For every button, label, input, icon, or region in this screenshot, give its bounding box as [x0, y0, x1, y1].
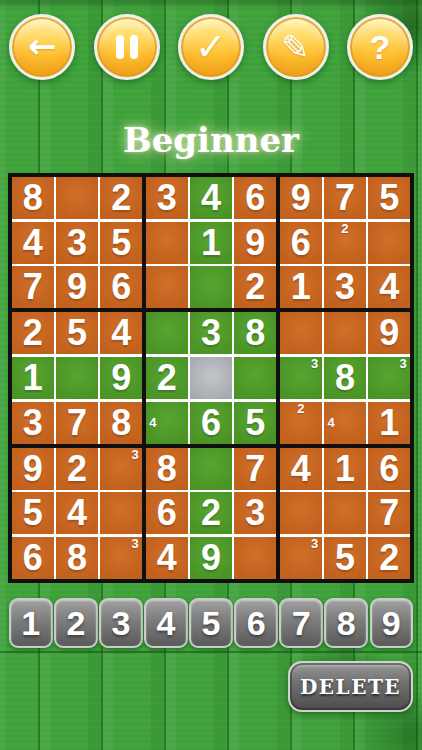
- pause-icon: [116, 35, 138, 59]
- cell-r5c8[interactable]: 8: [324, 357, 366, 399]
- cell-r4c3[interactable]: 4: [100, 312, 142, 354]
- cell-r7c3[interactable]: 3: [100, 448, 142, 490]
- cell-r6c3[interactable]: 8: [100, 402, 142, 444]
- back-button[interactable]: ←: [9, 14, 75, 80]
- cell-r3c7[interactable]: 1: [280, 266, 322, 308]
- cell-r5c1[interactable]: 1: [12, 357, 54, 399]
- cell-r6c2[interactable]: 7: [56, 402, 98, 444]
- cell-r5c2[interactable]: [56, 357, 98, 399]
- cell-r6c6[interactable]: 5: [234, 402, 276, 444]
- board-box-3: 97562134: [280, 177, 410, 308]
- cell-r9c6[interactable]: [234, 537, 276, 579]
- numpad-key-6[interactable]: 6: [234, 598, 278, 648]
- cell-r5c3[interactable]: 9: [100, 357, 142, 399]
- cell-r3c2[interactable]: 9: [56, 266, 98, 308]
- cell-r7c5[interactable]: [190, 448, 232, 490]
- cell-r8c3[interactable]: [100, 492, 142, 534]
- cell-r1c1[interactable]: 8: [12, 177, 54, 219]
- cell-r2c9[interactable]: [368, 222, 410, 264]
- arrow-left-icon: ←: [28, 29, 57, 63]
- numpad: 123456789: [9, 598, 413, 648]
- cell-r8c6[interactable]: 3: [234, 492, 276, 534]
- cell-r1c5[interactable]: 4: [190, 177, 232, 219]
- checkmark-icon: ✓: [195, 28, 227, 66]
- toolbar: ← ✓ ✎ ?: [0, 14, 422, 80]
- cell-r3c5[interactable]: [190, 266, 232, 308]
- sudoku-board: 8243579634619297562134254193783824659383…: [8, 173, 414, 583]
- cell-r3c6[interactable]: 2: [234, 266, 276, 308]
- cell-r4c8[interactable]: [324, 312, 366, 354]
- cell-r9c1[interactable]: 6: [12, 537, 54, 579]
- pause-button[interactable]: [94, 14, 160, 80]
- cell-r4c9[interactable]: 9: [368, 312, 410, 354]
- cell-r8c9[interactable]: 7: [368, 492, 410, 534]
- cell-r4c6[interactable]: 8: [234, 312, 276, 354]
- cell-r7c1[interactable]: 9: [12, 448, 54, 490]
- board-box-7: 92354683: [12, 448, 142, 579]
- cell-r1c3[interactable]: 2: [100, 177, 142, 219]
- cell-r8c5[interactable]: 2: [190, 492, 232, 534]
- cell-r9c9[interactable]: 2: [368, 537, 410, 579]
- cell-r2c6[interactable]: 9: [234, 222, 276, 264]
- cell-r7c8[interactable]: 1: [324, 448, 366, 490]
- board-box-1: 82435796: [12, 177, 142, 308]
- cell-r4c7[interactable]: [280, 312, 322, 354]
- pencil-mark: 2: [338, 222, 352, 236]
- board-box-5: 382465: [146, 312, 276, 443]
- board-box-6: 9383241: [280, 312, 410, 443]
- cell-r6c4[interactable]: 4: [146, 402, 188, 444]
- cell-r2c8[interactable]: 2: [324, 222, 366, 264]
- cell-r8c1[interactable]: 5: [12, 492, 54, 534]
- cell-r9c3[interactable]: 3: [100, 537, 142, 579]
- cell-r5c9[interactable]: 3: [368, 357, 410, 399]
- cell-r7c7[interactable]: 4: [280, 448, 322, 490]
- cell-r2c4[interactable]: [146, 222, 188, 264]
- cell-r6c7[interactable]: 2: [280, 402, 322, 444]
- pencil-mark: 3: [308, 357, 322, 371]
- cell-r2c7[interactable]: 6: [280, 222, 322, 264]
- cell-r7c9[interactable]: 6: [368, 448, 410, 490]
- cell-r6c1[interactable]: 3: [12, 402, 54, 444]
- pencil-mark: 2: [294, 402, 308, 416]
- cell-r6c8[interactable]: 4: [324, 402, 366, 444]
- cell-r3c9[interactable]: 4: [368, 266, 410, 308]
- cell-r3c3[interactable]: 6: [100, 266, 142, 308]
- cell-r1c8[interactable]: 7: [324, 177, 366, 219]
- cell-r8c7[interactable]: [280, 492, 322, 534]
- cell-r2c2[interactable]: 3: [56, 222, 98, 264]
- cell-r5c4[interactable]: 2: [146, 357, 188, 399]
- cell-r1c9[interactable]: 5: [368, 177, 410, 219]
- cell-r4c4[interactable]: [146, 312, 188, 354]
- numpad-key-9[interactable]: 9: [370, 598, 414, 648]
- help-button[interactable]: ?: [347, 14, 413, 80]
- cell-r5c5[interactable]: [190, 357, 232, 399]
- pencil-icon: ✎: [281, 30, 310, 64]
- cell-r9c8[interactable]: 5: [324, 537, 366, 579]
- cell-r6c9[interactable]: 1: [368, 402, 410, 444]
- cell-r3c1[interactable]: 7: [12, 266, 54, 308]
- cell-r3c4[interactable]: [146, 266, 188, 308]
- cell-r2c5[interactable]: 1: [190, 222, 232, 264]
- numpad-key-1[interactable]: 1: [9, 598, 53, 648]
- check-solution-button[interactable]: ✓: [178, 14, 244, 80]
- cell-r4c1[interactable]: 2: [12, 312, 54, 354]
- numpad-key-7[interactable]: 7: [279, 598, 323, 648]
- board-box-9: 4167352: [280, 448, 410, 579]
- cell-r9c7[interactable]: 3: [280, 537, 322, 579]
- numpad-key-3[interactable]: 3: [99, 598, 143, 648]
- cell-r8c8[interactable]: [324, 492, 366, 534]
- delete-button[interactable]: DELETE: [288, 661, 413, 712]
- cell-r1c4[interactable]: 3: [146, 177, 188, 219]
- pencil-mark: 3: [308, 537, 322, 551]
- cell-r4c5[interactable]: 3: [190, 312, 232, 354]
- pencil-mark: 3: [128, 537, 142, 551]
- cell-r9c2[interactable]: 8: [56, 537, 98, 579]
- pencil-mark: 3: [396, 357, 410, 371]
- difficulty-title: Beginner: [0, 120, 422, 160]
- cell-r7c2[interactable]: 2: [56, 448, 98, 490]
- board-box-8: 8762349: [146, 448, 276, 579]
- pencil-mark: 4: [324, 416, 338, 430]
- question-mark-icon: ?: [370, 30, 391, 64]
- pencil-mark: 3: [128, 448, 142, 462]
- cell-r2c1[interactable]: 4: [12, 222, 54, 264]
- pencil-mark: 4: [146, 416, 160, 430]
- numpad-key-5[interactable]: 5: [189, 598, 233, 648]
- cell-r4c2[interactable]: 5: [56, 312, 98, 354]
- cell-r5c7[interactable]: 3: [280, 357, 322, 399]
- numpad-key-8[interactable]: 8: [324, 598, 368, 648]
- board-box-2: 346192: [146, 177, 276, 308]
- numpad-key-2[interactable]: 2: [54, 598, 98, 648]
- cell-r8c2[interactable]: 4: [56, 492, 98, 534]
- cell-r9c5[interactable]: 9: [190, 537, 232, 579]
- cell-r7c4[interactable]: 8: [146, 448, 188, 490]
- board-box-4: 25419378: [12, 312, 142, 443]
- cell-r1c7[interactable]: 9: [280, 177, 322, 219]
- cell-r7c6[interactable]: 7: [234, 448, 276, 490]
- cell-r1c2[interactable]: [56, 177, 98, 219]
- cell-r3c8[interactable]: 3: [324, 266, 366, 308]
- pencil-notes-button[interactable]: ✎: [263, 14, 329, 80]
- cell-r2c3[interactable]: 5: [100, 222, 142, 264]
- cell-r8c4[interactable]: 6: [146, 492, 188, 534]
- sudoku-app-screen: ← ✓ ✎ ? Beginner 82435796346192975621342…: [0, 0, 422, 750]
- cell-r1c6[interactable]: 6: [234, 177, 276, 219]
- cell-r6c5[interactable]: 6: [190, 402, 232, 444]
- cell-r9c4[interactable]: 4: [146, 537, 188, 579]
- cell-r5c6[interactable]: [234, 357, 276, 399]
- numpad-key-4[interactable]: 4: [144, 598, 188, 648]
